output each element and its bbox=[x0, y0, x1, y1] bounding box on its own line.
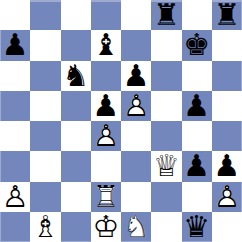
piece-outline: ♙ bbox=[92, 118, 119, 153]
black-pawn[interactable]: ♟ bbox=[213, 151, 240, 181]
white-rook[interactable]: ♜♖ bbox=[92, 182, 119, 212]
black-pawn[interactable]: ♟ bbox=[183, 91, 210, 121]
square-d5[interactable]: ♟ bbox=[91, 91, 121, 121]
square-g5[interactable]: ♟ bbox=[182, 91, 212, 121]
black-king[interactable]: ♚ bbox=[183, 30, 210, 60]
square-h8[interactable]: ♜ bbox=[212, 0, 242, 30]
square-b8[interactable] bbox=[30, 0, 60, 30]
square-a4[interactable] bbox=[0, 121, 30, 151]
square-c2[interactable] bbox=[61, 182, 91, 212]
square-c5[interactable] bbox=[61, 91, 91, 121]
black-pawn[interactable]: ♟ bbox=[123, 61, 150, 91]
square-b3[interactable] bbox=[30, 151, 60, 181]
piece-outline: ♙ bbox=[213, 179, 240, 214]
square-c7[interactable] bbox=[61, 30, 91, 60]
square-b6[interactable] bbox=[30, 61, 60, 91]
square-g3[interactable]: ♟ bbox=[182, 151, 212, 181]
square-h5[interactable] bbox=[212, 91, 242, 121]
square-d1[interactable]: ♚♔ bbox=[91, 212, 121, 242]
square-a6[interactable] bbox=[0, 61, 30, 91]
square-g6[interactable] bbox=[182, 61, 212, 91]
square-c1[interactable] bbox=[61, 212, 91, 242]
square-e2[interactable] bbox=[121, 182, 151, 212]
square-g1[interactable]: ♛ bbox=[182, 212, 212, 242]
square-e4[interactable] bbox=[121, 121, 151, 151]
square-f1[interactable] bbox=[151, 212, 181, 242]
white-pawn[interactable]: ♟♙ bbox=[213, 182, 240, 212]
white-pawn[interactable]: ♟♙ bbox=[123, 91, 150, 121]
square-d8[interactable] bbox=[91, 0, 121, 30]
white-queen[interactable]: ♛♕ bbox=[153, 151, 180, 181]
white-pawn[interactable]: ♟♙ bbox=[92, 121, 119, 151]
square-e7[interactable] bbox=[121, 30, 151, 60]
square-e1[interactable]: ♞♘ bbox=[121, 212, 151, 242]
square-a7[interactable]: ♟ bbox=[0, 30, 30, 60]
black-queen[interactable]: ♛ bbox=[183, 212, 210, 242]
square-g7[interactable]: ♚ bbox=[182, 30, 212, 60]
square-f6[interactable] bbox=[151, 61, 181, 91]
square-c4[interactable] bbox=[61, 121, 91, 151]
piece-outline: ♙ bbox=[123, 88, 150, 123]
square-e8[interactable] bbox=[121, 0, 151, 30]
square-c8[interactable] bbox=[61, 0, 91, 30]
black-knight[interactable]: ♞ bbox=[62, 61, 89, 91]
white-knight[interactable]: ♞♘ bbox=[123, 212, 150, 242]
square-g4[interactable] bbox=[182, 121, 212, 151]
square-d2[interactable]: ♜♖ bbox=[91, 182, 121, 212]
square-g2[interactable] bbox=[182, 182, 212, 212]
black-pawn[interactable]: ♟ bbox=[92, 91, 119, 121]
black-pawn[interactable]: ♟ bbox=[183, 151, 210, 181]
square-b7[interactable] bbox=[30, 30, 60, 60]
square-h6[interactable] bbox=[212, 61, 242, 91]
square-b5[interactable] bbox=[30, 91, 60, 121]
square-a3[interactable] bbox=[0, 151, 30, 181]
square-d3[interactable] bbox=[91, 151, 121, 181]
square-f5[interactable] bbox=[151, 91, 181, 121]
white-bishop[interactable]: ♝♗ bbox=[32, 212, 59, 242]
square-f3[interactable]: ♛♕ bbox=[151, 151, 181, 181]
white-king[interactable]: ♚♔ bbox=[92, 212, 119, 242]
square-h3[interactable]: ♟ bbox=[212, 151, 242, 181]
square-b2[interactable] bbox=[30, 182, 60, 212]
square-f4[interactable] bbox=[151, 121, 181, 151]
square-d4[interactable]: ♟♙ bbox=[91, 121, 121, 151]
black-rook[interactable]: ♜ bbox=[213, 0, 240, 30]
piece-outline: ♔ bbox=[92, 209, 119, 242]
square-g8[interactable] bbox=[182, 0, 212, 30]
square-h2[interactable]: ♟♙ bbox=[212, 182, 242, 212]
square-e6[interactable]: ♟ bbox=[121, 61, 151, 91]
square-a8[interactable] bbox=[0, 0, 30, 30]
black-bishop[interactable]: ♝ bbox=[92, 30, 119, 60]
piece-outline: ♕ bbox=[153, 148, 180, 183]
square-b4[interactable] bbox=[30, 121, 60, 151]
square-c3[interactable] bbox=[61, 151, 91, 181]
piece-outline: ♘ bbox=[123, 209, 150, 242]
square-f2[interactable] bbox=[151, 182, 181, 212]
square-h4[interactable] bbox=[212, 121, 242, 151]
piece-outline: ♗ bbox=[32, 209, 59, 242]
square-h7[interactable] bbox=[212, 30, 242, 60]
square-e3[interactable] bbox=[121, 151, 151, 181]
square-f8[interactable]: ♜ bbox=[151, 0, 181, 30]
piece-outline: ♙ bbox=[2, 179, 29, 214]
square-a5[interactable] bbox=[0, 91, 30, 121]
square-a1[interactable] bbox=[0, 212, 30, 242]
square-b1[interactable]: ♝♗ bbox=[30, 212, 60, 242]
square-d6[interactable] bbox=[91, 61, 121, 91]
square-e5[interactable]: ♟♙ bbox=[121, 91, 151, 121]
chess-board: ♜♜♟♝♚♞♟♟♟♙♟♟♙♛♕♟♟♟♙♜♖♟♙♝♗♚♔♞♘♛ bbox=[0, 0, 242, 242]
square-c6[interactable]: ♞ bbox=[61, 61, 91, 91]
white-pawn[interactable]: ♟♙ bbox=[2, 182, 29, 212]
black-rook[interactable]: ♜ bbox=[153, 0, 180, 30]
square-h1[interactable] bbox=[212, 212, 242, 242]
square-d7[interactable]: ♝ bbox=[91, 30, 121, 60]
square-f7[interactable] bbox=[151, 30, 181, 60]
black-pawn[interactable]: ♟ bbox=[2, 30, 29, 60]
square-a2[interactable]: ♟♙ bbox=[0, 182, 30, 212]
